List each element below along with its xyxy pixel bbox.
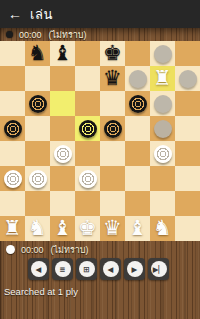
square-g7[interactable]: ♜	[150, 66, 175, 91]
black-player-name: (ไม่ทราบ)	[49, 28, 87, 42]
square-c4[interactable]	[50, 141, 75, 166]
piece-white-knight-g1[interactable]: ♞	[153, 216, 172, 241]
rewind-button-icon: ◀	[31, 261, 47, 277]
top-player-bar: 00:00 (ไม่ทราบ)	[0, 28, 200, 41]
step-back-button[interactable]: ◀	[100, 258, 121, 280]
square-h3[interactable]	[175, 166, 200, 191]
square-e1[interactable]: ♛	[100, 216, 125, 241]
square-e4[interactable]	[100, 141, 125, 166]
square-h1[interactable]	[175, 216, 200, 241]
square-d3[interactable]	[75, 166, 100, 191]
square-f1[interactable]: ♝	[125, 216, 150, 241]
square-d1[interactable]: ♚	[75, 216, 100, 241]
square-g4[interactable]	[150, 141, 175, 166]
square-f2[interactable]	[125, 191, 150, 216]
square-a1[interactable]: ♜	[0, 216, 25, 241]
piece-white-knight-b1[interactable]: ♞	[28, 216, 47, 241]
piece-white-pawn-a3[interactable]	[4, 170, 22, 188]
search-status-text: Searched at 1 ply	[4, 286, 78, 297]
piece-black-pawn-a5[interactable]	[4, 120, 22, 138]
square-e7[interactable]: ♛	[100, 66, 125, 91]
square-f8[interactable]	[125, 41, 150, 66]
square-c5[interactable]	[50, 116, 75, 141]
control-button-row: ◀≡⊞◀▶▶▏	[28, 258, 169, 280]
square-a8[interactable]	[0, 41, 25, 66]
piece-black-pawn-d5[interactable]	[79, 120, 97, 138]
square-b8[interactable]: ♞	[25, 41, 50, 66]
piece-black-pawn-e5[interactable]	[104, 120, 122, 138]
square-a5[interactable]	[0, 116, 25, 141]
bottom-player-bar: 00:00 (ไม่ทราบ)	[0, 241, 200, 258]
piece-white-pawn-b3[interactable]	[29, 170, 47, 188]
step-forward-button[interactable]: ▶	[124, 258, 145, 280]
square-a3[interactable]	[0, 166, 25, 191]
square-g3[interactable]	[150, 166, 175, 191]
move-hint-dot-f7[interactable]	[129, 70, 147, 88]
board-setup-button-icon: ⊞	[79, 261, 95, 277]
square-b1[interactable]: ♞	[25, 216, 50, 241]
piece-black-king-e8[interactable]: ♚	[103, 41, 122, 66]
square-b7[interactable]	[25, 66, 50, 91]
back-arrow-icon[interactable]: ←	[0, 6, 30, 22]
square-a4[interactable]	[0, 141, 25, 166]
skip-forward-button[interactable]: ▶▏	[148, 258, 169, 280]
square-b3[interactable]	[25, 166, 50, 191]
square-d2[interactable]	[75, 191, 100, 216]
piece-white-pawn-d3[interactable]	[79, 170, 97, 188]
piece-white-khon-c1[interactable]: ♝	[53, 216, 72, 241]
move-hint-dot-g5[interactable]	[154, 120, 172, 138]
piece-black-pawn-b6[interactable]	[29, 95, 47, 113]
white-player-dot	[6, 245, 15, 254]
square-h7[interactable]	[175, 66, 200, 91]
square-h4[interactable]	[175, 141, 200, 166]
square-e8[interactable]: ♚	[100, 41, 125, 66]
square-e2[interactable]	[100, 191, 125, 216]
square-c1[interactable]: ♝	[50, 216, 75, 241]
move-hint-dot-g6[interactable]	[154, 95, 172, 113]
square-h2[interactable]	[175, 191, 200, 216]
piece-white-khon-f1[interactable]: ♝	[128, 216, 147, 241]
square-g6[interactable]	[150, 91, 175, 116]
move-hint-dot-g8[interactable]	[154, 45, 172, 63]
square-a2[interactable]	[0, 191, 25, 216]
square-f4[interactable]	[125, 141, 150, 166]
white-player-clock: 00:00	[21, 245, 44, 255]
move-hint-dot-h7[interactable]	[179, 70, 197, 88]
square-c8[interactable]: ♝	[50, 41, 75, 66]
piece-black-met-e7[interactable]: ♛	[103, 66, 122, 91]
square-c6[interactable]	[50, 91, 75, 116]
step-forward-button-icon: ▶	[127, 261, 143, 277]
square-h6[interactable]	[175, 91, 200, 116]
piece-white-pawn-c4[interactable]	[54, 145, 72, 163]
square-d6[interactable]	[75, 91, 100, 116]
board: ♞♝♚♛♜♜♞♝♚♛♝♞	[0, 41, 200, 241]
moves-list-button[interactable]: ≡	[52, 258, 73, 280]
piece-white-boat-a1[interactable]: ♜	[3, 216, 22, 241]
black-player-clock: 00:00	[19, 30, 42, 40]
piece-black-knight-b8[interactable]: ♞	[28, 41, 47, 66]
square-f6[interactable]	[125, 91, 150, 116]
square-b5[interactable]	[25, 116, 50, 141]
white-player-name: (ไม่ทราบ)	[51, 243, 89, 257]
square-b2[interactable]	[25, 191, 50, 216]
black-player-dot	[6, 31, 13, 38]
square-a6[interactable]	[0, 91, 25, 116]
square-c7[interactable]	[50, 66, 75, 91]
square-d7[interactable]	[75, 66, 100, 91]
piece-white-king-d1[interactable]: ♚	[78, 216, 97, 241]
square-f3[interactable]	[125, 166, 150, 191]
skip-forward-button-icon: ▶▏	[151, 261, 167, 277]
piece-white-boat-g7[interactable]: ♜	[153, 66, 172, 91]
moves-list-button-icon: ≡	[55, 261, 71, 277]
square-a7[interactable]	[0, 66, 25, 91]
square-f7[interactable]	[125, 66, 150, 91]
piece-white-pawn-g4[interactable]	[154, 145, 172, 163]
square-g8[interactable]	[150, 41, 175, 66]
app-header: ← เล่น	[0, 0, 200, 28]
square-h5[interactable]	[175, 116, 200, 141]
page-title: เล่น	[30, 4, 53, 25]
square-d4[interactable]	[75, 141, 100, 166]
square-h8[interactable]	[175, 41, 200, 66]
piece-black-pawn-f6[interactable]	[129, 95, 147, 113]
square-c3[interactable]	[50, 166, 75, 191]
square-c2[interactable]	[50, 191, 75, 216]
square-d8[interactable]	[75, 41, 100, 66]
square-f5[interactable]	[125, 116, 150, 141]
square-g1[interactable]: ♞	[150, 216, 175, 241]
square-d5[interactable]	[75, 116, 100, 141]
board-setup-button[interactable]: ⊞	[76, 258, 97, 280]
square-e3[interactable]	[100, 166, 125, 191]
rewind-button[interactable]: ◀	[28, 258, 49, 280]
square-g5[interactable]	[150, 116, 175, 141]
piece-black-khon-c8[interactable]: ♝	[53, 41, 72, 66]
square-b4[interactable]	[25, 141, 50, 166]
piece-white-met-e1[interactable]: ♛	[103, 216, 122, 241]
app-window: ← เล่น 00:00 (ไม่ทราบ) ♞♝♚♛♜♜♞♝♚♛♝♞ 00:0…	[0, 0, 200, 319]
step-back-button-icon: ◀	[103, 261, 119, 277]
square-b6[interactable]	[25, 91, 50, 116]
square-g2[interactable]	[150, 191, 175, 216]
square-e6[interactable]	[100, 91, 125, 116]
square-e5[interactable]	[100, 116, 125, 141]
